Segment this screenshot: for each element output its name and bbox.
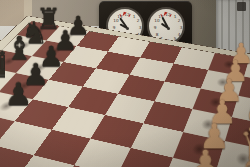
white-bishop: ♝ — [233, 150, 250, 167]
square: ♟ — [161, 158, 217, 167]
chess-board-grid: ♜♞♝♛♚♝♞♜♟♟♟♟♟♟♟♟♟♟♟♟♟♟♟♟♜♞♝♛♚♝♞♜ — [0, 21, 250, 167]
black-pawn: ♟ — [0, 100, 14, 133]
white-pawn: ♟ — [189, 145, 222, 167]
chess-board: ♜♞♝♛♚♝♞♜♟♟♟♟♟♟♟♟♟♟♟♟♟♟♟♟♜♞♝♛♚♝♞♜ abcdefg… — [0, 16, 250, 167]
board-scene: ♜♞♝♛♚♝♞♜♟♟♟♟♟♟♟♟♟♟♟♟♟♟♟♟♜♞♝♛♚♝♞♜ abcdefg… — [0, 0, 250, 167]
chess-photo: 121234567891011 121234567891011 ♜♞♝♛♚♝♞♜… — [0, 0, 250, 167]
